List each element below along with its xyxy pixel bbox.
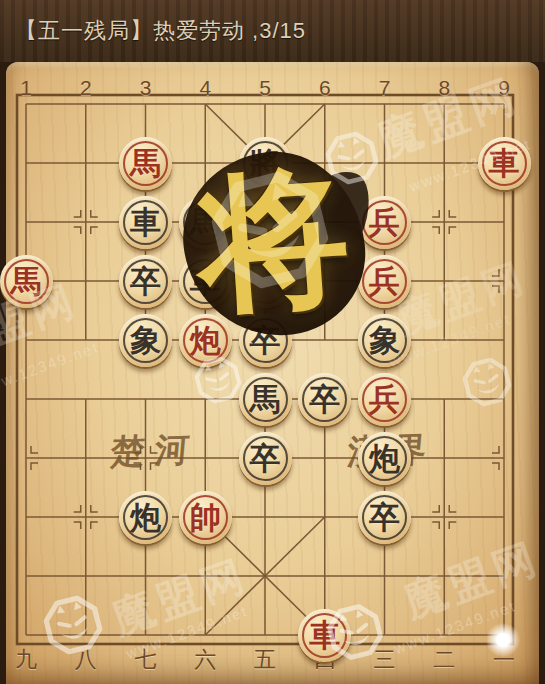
black-general[interactable]: 將 bbox=[239, 137, 292, 190]
black-elephant[interactable]: 象 bbox=[358, 314, 411, 367]
black-cannon[interactable]: 炮 bbox=[358, 432, 411, 485]
game-screen: 【五一残局】热爱劳动 ,3/15 123456789 九八七六五四三二一 楚河 … bbox=[0, 0, 545, 684]
red-horse[interactable]: 馬 bbox=[0, 255, 53, 308]
occluded-piece[interactable] bbox=[239, 255, 292, 308]
piece-char: 卒 bbox=[130, 266, 161, 297]
piece-char: 炮 bbox=[190, 325, 221, 356]
red-soldier[interactable]: 兵 bbox=[358, 196, 411, 249]
red-soldier[interactable]: 兵 bbox=[358, 255, 411, 308]
pieces-grid: 馬將車車馬兵馬卒車兵象炮卒象馬卒兵卒炮炮帥卒車 bbox=[0, 75, 534, 665]
piece-char: 象 bbox=[130, 325, 161, 356]
red-general[interactable]: 帥 bbox=[179, 491, 232, 544]
black-soldier[interactable]: 卒 bbox=[358, 491, 411, 544]
black-horse[interactable]: 馬 bbox=[179, 196, 232, 249]
black-chariot[interactable]: 車 bbox=[119, 196, 172, 249]
black-elephant[interactable]: 象 bbox=[119, 314, 172, 367]
piece-char: 車 bbox=[309, 620, 340, 651]
piece-char: 卒 bbox=[250, 443, 281, 474]
black-cannon[interactable]: 炮 bbox=[119, 491, 172, 544]
piece-char: 炮 bbox=[130, 502, 161, 533]
piece-char: 車 bbox=[489, 148, 520, 179]
piece-char: 馬 bbox=[130, 148, 161, 179]
black-horse[interactable]: 馬 bbox=[239, 373, 292, 426]
piece-char: 馬 bbox=[250, 384, 281, 415]
piece-char: 炮 bbox=[369, 443, 400, 474]
black-chariot[interactable]: 車 bbox=[179, 255, 232, 308]
piece-char: 馬 bbox=[190, 207, 221, 238]
piece-char: 車 bbox=[190, 266, 221, 297]
piece-char: 兵 bbox=[369, 207, 400, 238]
piece-char: 帥 bbox=[190, 502, 221, 533]
black-soldier[interactable]: 卒 bbox=[239, 432, 292, 485]
piece-char: 馬 bbox=[11, 266, 42, 297]
piece-char: 卒 bbox=[309, 384, 340, 415]
red-chariot[interactable]: 車 bbox=[478, 137, 531, 190]
red-soldier[interactable]: 兵 bbox=[358, 373, 411, 426]
red-horse[interactable]: 馬 bbox=[119, 137, 172, 190]
piece-char: 兵 bbox=[369, 384, 400, 415]
black-soldier[interactable]: 卒 bbox=[239, 314, 292, 367]
piece-char: 卒 bbox=[250, 325, 281, 356]
red-chariot[interactable]: 車 bbox=[298, 609, 351, 662]
piece-char: 兵 bbox=[369, 266, 400, 297]
black-soldier[interactable]: 卒 bbox=[298, 373, 351, 426]
piece-char: 象 bbox=[369, 325, 400, 356]
piece-char: 將 bbox=[250, 148, 281, 179]
piece-char: 車 bbox=[130, 207, 161, 238]
xiangqi-board[interactable]: 123456789 九八七六五四三二一 楚河 漢界 馬將車車馬兵馬卒車兵象炮卒象… bbox=[6, 62, 539, 684]
red-cannon[interactable]: 炮 bbox=[179, 314, 232, 367]
black-soldier[interactable]: 卒 bbox=[119, 255, 172, 308]
piece-char: 卒 bbox=[369, 502, 400, 533]
